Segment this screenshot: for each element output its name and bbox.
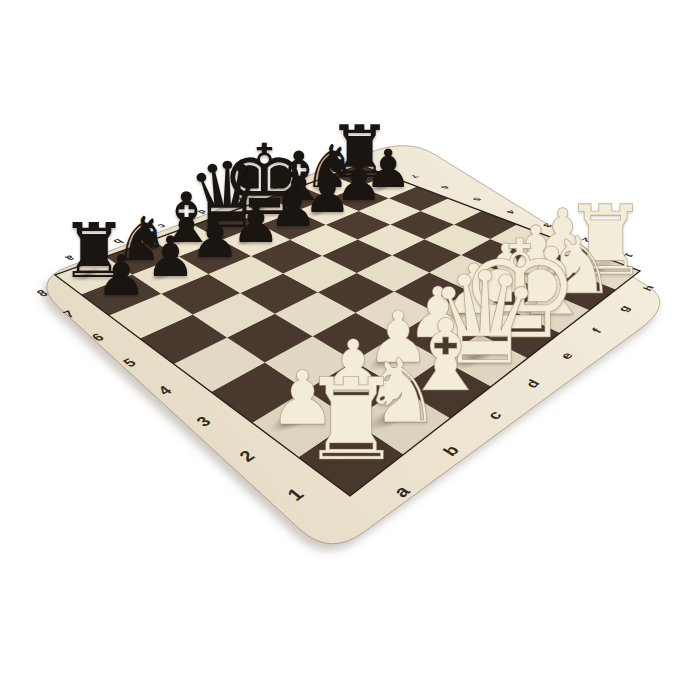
coord-file-e-top: e	[232, 196, 246, 202]
coord-rank-1-right: 1	[621, 252, 636, 259]
chess-mat: a1a1b2b2c3c3d4d4e5e5f6f6g7g7h8h8	[0, 0, 700, 700]
coord-file-b-top: b	[111, 237, 127, 246]
coord-rank-2-right: 2	[579, 236, 594, 243]
coord-file-a-top: a	[62, 254, 78, 263]
chessboard-photo-scene: a1a1b2b2c3c3d4d4e5e5f6f6g7g7h8h8 ♜♞♟♝♟♟♚…	[0, 0, 700, 700]
